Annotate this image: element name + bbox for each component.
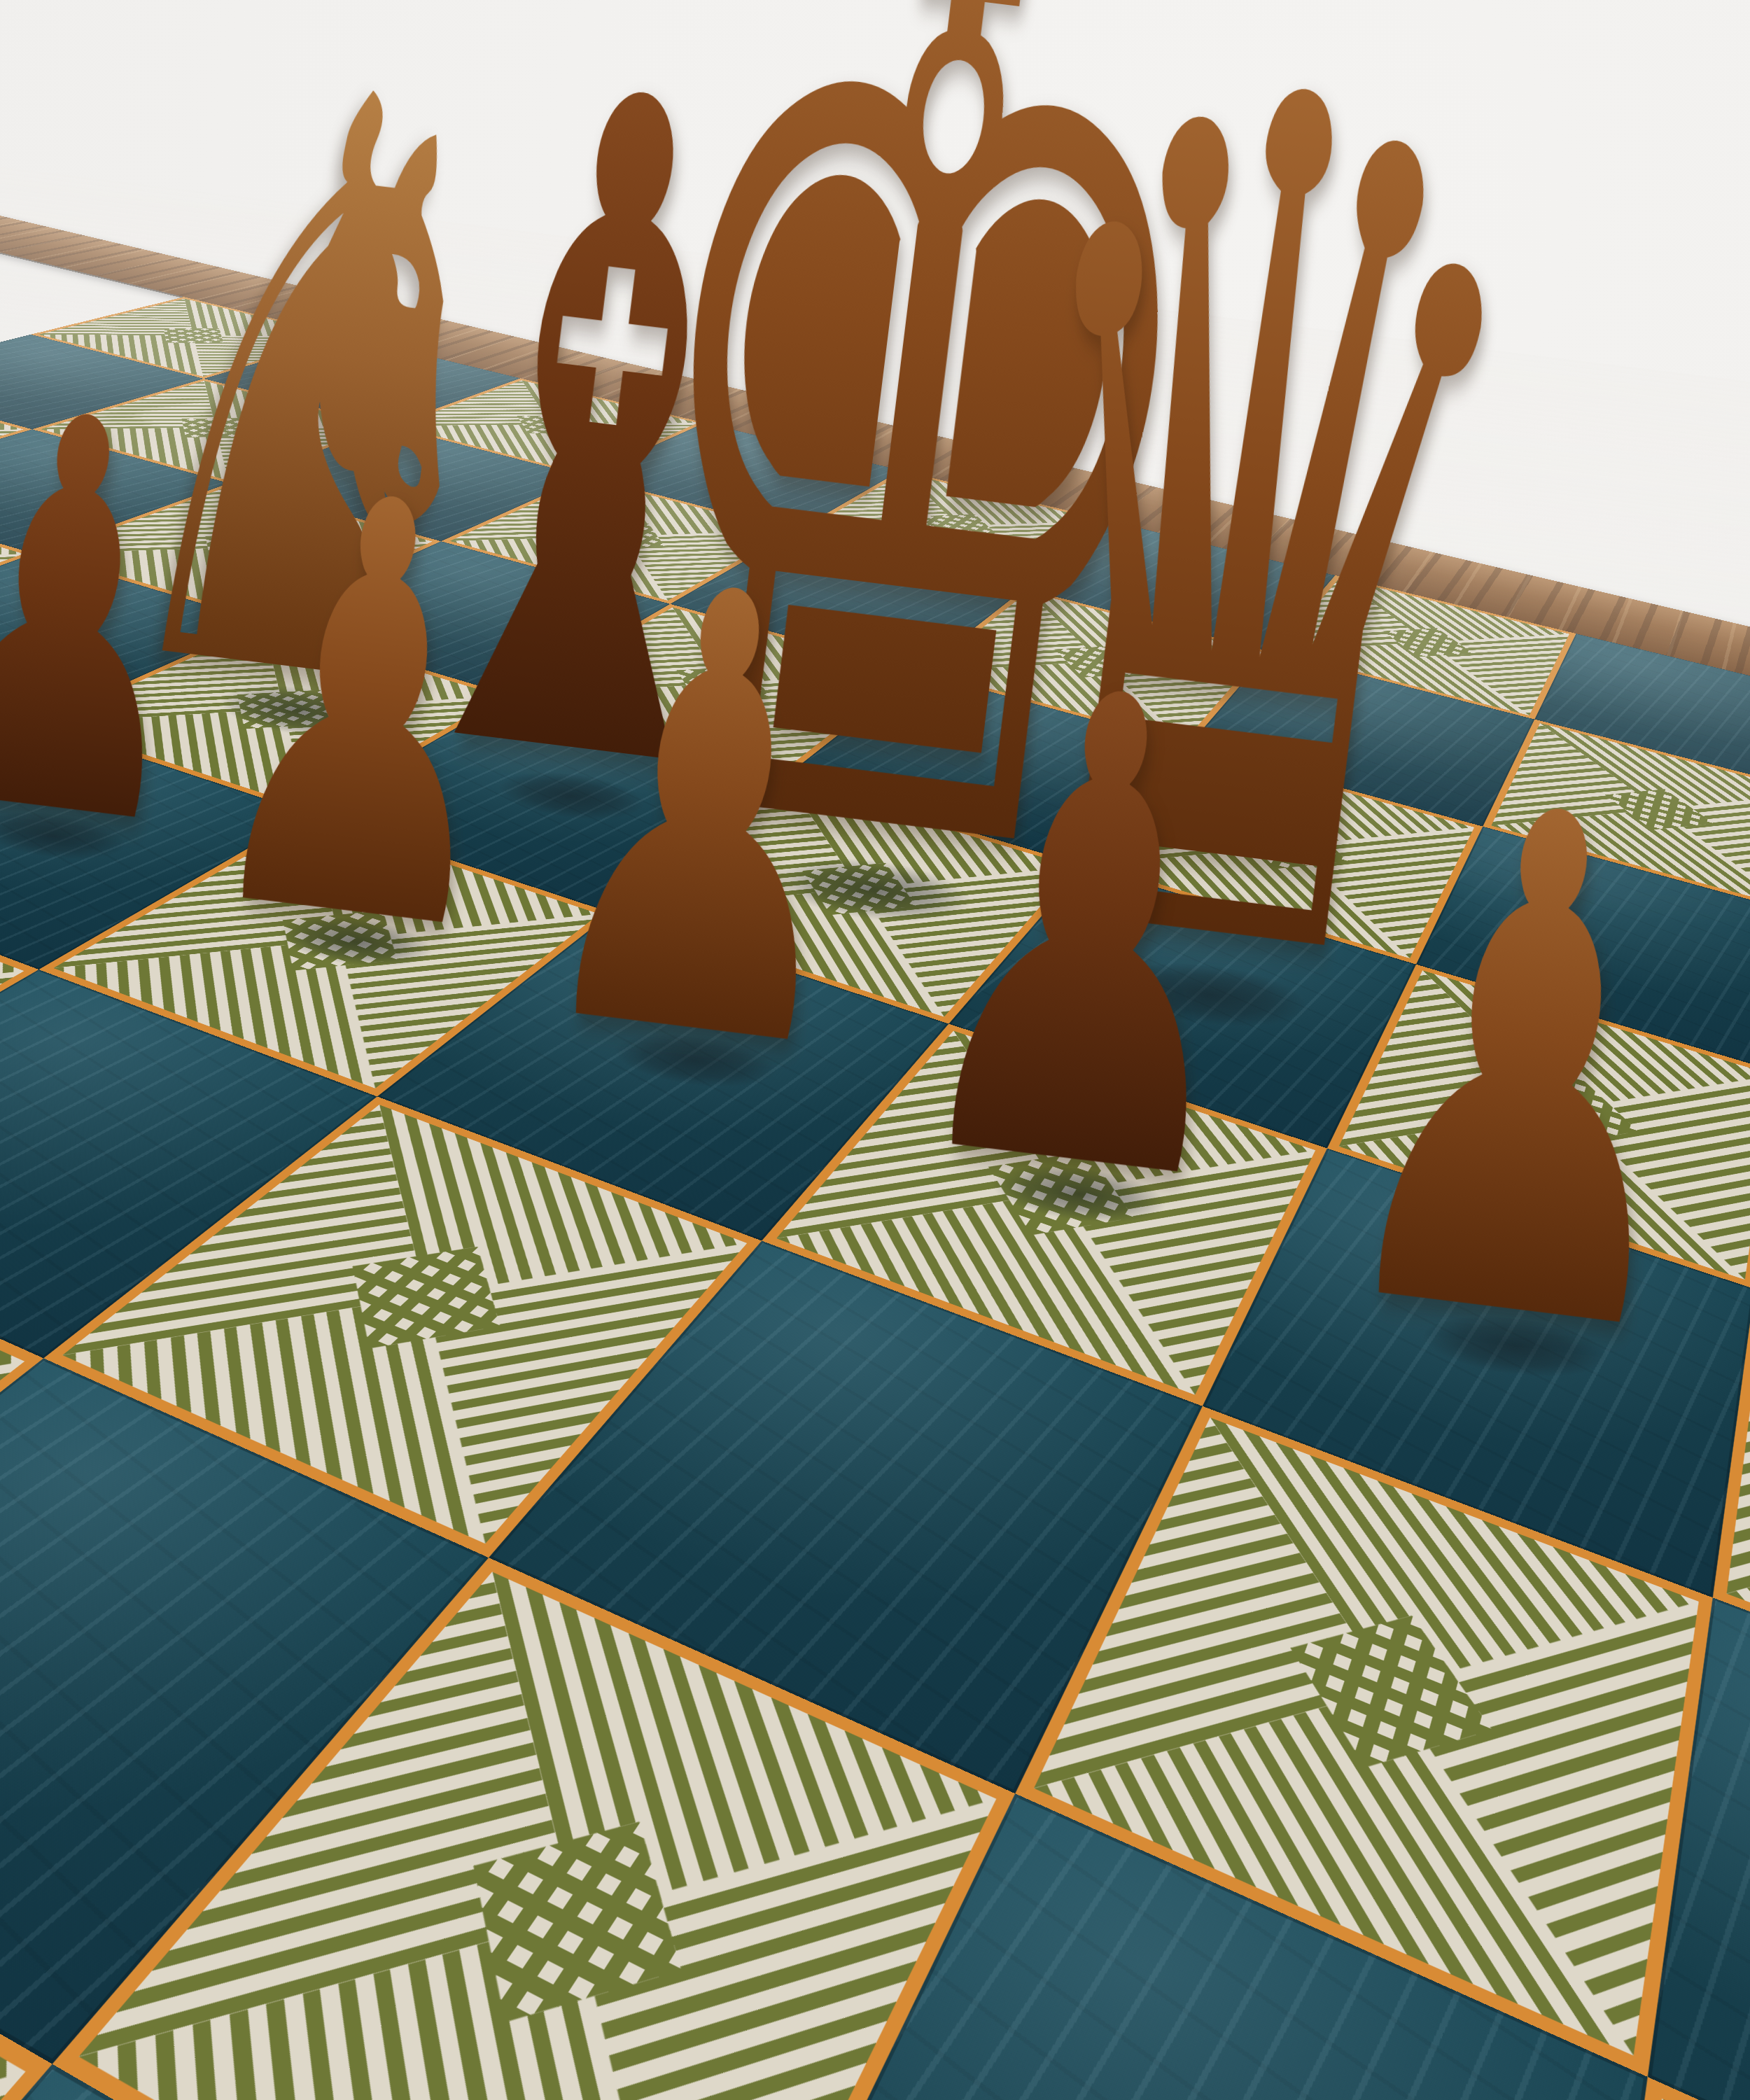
product-photo-scene: ♞♝♚♟♛♟♟♟♟ [0, 0, 1750, 2100]
camera-roll-layer: ♞♝♚♟♛♟♟♟♟ [0, 0, 1750, 2100]
